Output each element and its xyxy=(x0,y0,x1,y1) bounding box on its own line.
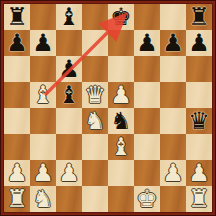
square-h5[interactable] xyxy=(186,82,212,108)
square-d1[interactable] xyxy=(82,186,108,212)
square-c2[interactable]: ♟ xyxy=(56,160,82,186)
square-a7[interactable]: ♟ xyxy=(4,30,30,56)
square-f7[interactable]: ♟ xyxy=(134,30,160,56)
square-c4[interactable] xyxy=(56,108,82,134)
piece-black-queen[interactable]: ♛ xyxy=(186,108,212,134)
square-g8[interactable] xyxy=(160,4,186,30)
square-a8[interactable]: ♜ xyxy=(4,4,30,30)
piece-white-bishop[interactable]: ♝ xyxy=(108,134,134,160)
piece-white-pawn[interactable]: ♟ xyxy=(160,160,186,186)
piece-white-pawn[interactable]: ♟ xyxy=(56,160,82,186)
square-f6[interactable] xyxy=(134,56,160,82)
piece-white-knight[interactable]: ♞ xyxy=(30,186,56,212)
square-f5[interactable] xyxy=(134,82,160,108)
square-e8[interactable]: ♚ xyxy=(108,4,134,30)
square-h7[interactable]: ♟ xyxy=(186,30,212,56)
piece-black-rook[interactable]: ♜ xyxy=(186,4,212,30)
piece-black-pawn[interactable]: ♟ xyxy=(4,30,30,56)
square-c6[interactable]: ♟ xyxy=(56,56,82,82)
square-b4[interactable] xyxy=(30,108,56,134)
square-d8[interactable] xyxy=(82,4,108,30)
piece-white-pawn[interactable]: ♟ xyxy=(108,82,134,108)
square-h2[interactable]: ♟ xyxy=(186,160,212,186)
piece-black-pawn[interactable]: ♟ xyxy=(186,30,212,56)
square-h1[interactable]: ♜ xyxy=(186,186,212,212)
square-e4[interactable]: ♞ xyxy=(108,108,134,134)
square-d2[interactable] xyxy=(82,160,108,186)
piece-white-rook[interactable]: ♜ xyxy=(4,186,30,212)
square-e1[interactable] xyxy=(108,186,134,212)
square-e6[interactable] xyxy=(108,56,134,82)
square-g5[interactable] xyxy=(160,82,186,108)
piece-white-knight[interactable]: ♞ xyxy=(82,108,108,134)
square-b2[interactable]: ♟ xyxy=(30,160,56,186)
square-b7[interactable]: ♟ xyxy=(30,30,56,56)
square-d3[interactable] xyxy=(82,134,108,160)
piece-white-king[interactable]: ♚ xyxy=(134,186,160,212)
square-b8[interactable] xyxy=(30,4,56,30)
square-h6[interactable] xyxy=(186,56,212,82)
square-g7[interactable]: ♟ xyxy=(160,30,186,56)
square-a3[interactable] xyxy=(4,134,30,160)
piece-white-rook[interactable]: ♜ xyxy=(186,186,212,212)
square-f3[interactable] xyxy=(134,134,160,160)
piece-white-pawn[interactable]: ♟ xyxy=(186,160,212,186)
piece-black-pawn[interactable]: ♟ xyxy=(160,30,186,56)
square-f2[interactable] xyxy=(134,160,160,186)
square-e3[interactable]: ♝ xyxy=(108,134,134,160)
piece-black-bishop[interactable]: ♝ xyxy=(56,4,82,30)
square-a5[interactable] xyxy=(4,82,30,108)
square-h3[interactable] xyxy=(186,134,212,160)
square-b6[interactable] xyxy=(30,56,56,82)
square-b3[interactable] xyxy=(30,134,56,160)
piece-white-pawn[interactable]: ♟ xyxy=(30,160,56,186)
square-c3[interactable] xyxy=(56,134,82,160)
piece-black-knight[interactable]: ♞ xyxy=(108,108,134,134)
square-a4[interactable] xyxy=(4,108,30,134)
square-b5[interactable]: ♝ xyxy=(30,82,56,108)
piece-white-bishop[interactable]: ♝ xyxy=(30,82,56,108)
square-e7[interactable] xyxy=(108,30,134,56)
piece-white-pawn[interactable]: ♟ xyxy=(4,160,30,186)
square-d6[interactable] xyxy=(82,56,108,82)
square-d5[interactable]: ♛ xyxy=(82,82,108,108)
square-h8[interactable]: ♜ xyxy=(186,4,212,30)
piece-black-king[interactable]: ♚ xyxy=(108,4,134,30)
piece-black-bishop[interactable]: ♝ xyxy=(56,82,82,108)
square-e5[interactable]: ♟ xyxy=(108,82,134,108)
square-h4[interactable]: ♛ xyxy=(186,108,212,134)
square-b1[interactable]: ♞ xyxy=(30,186,56,212)
piece-white-queen[interactable]: ♛ xyxy=(82,82,108,108)
square-e2[interactable] xyxy=(108,160,134,186)
square-c5[interactable]: ♝ xyxy=(56,82,82,108)
square-g2[interactable]: ♟ xyxy=(160,160,186,186)
square-f1[interactable]: ♚ xyxy=(134,186,160,212)
piece-black-pawn[interactable]: ♟ xyxy=(134,30,160,56)
square-d7[interactable] xyxy=(82,30,108,56)
square-c8[interactable]: ♝ xyxy=(56,4,82,30)
chess-board-frame: ♜♝♚♜♟♟♟♟♟♟♝♝♛♟♞♞♛♝♟♟♟♟♟♜♞♚♜ xyxy=(0,0,216,216)
square-f4[interactable] xyxy=(134,108,160,134)
square-d4[interactable]: ♞ xyxy=(82,108,108,134)
square-c1[interactable] xyxy=(56,186,82,212)
piece-black-pawn[interactable]: ♟ xyxy=(30,30,56,56)
piece-black-rook[interactable]: ♜ xyxy=(4,4,30,30)
square-a6[interactable] xyxy=(4,56,30,82)
square-g4[interactable] xyxy=(160,108,186,134)
square-g3[interactable] xyxy=(160,134,186,160)
square-a1[interactable]: ♜ xyxy=(4,186,30,212)
piece-black-pawn[interactable]: ♟ xyxy=(56,56,82,82)
square-a2[interactable]: ♟ xyxy=(4,160,30,186)
chess-board: ♜♝♚♜♟♟♟♟♟♟♝♝♛♟♞♞♛♝♟♟♟♟♟♜♞♚♜ xyxy=(4,4,212,212)
square-c7[interactable] xyxy=(56,30,82,56)
square-g6[interactable] xyxy=(160,56,186,82)
square-g1[interactable] xyxy=(160,186,186,212)
square-f8[interactable] xyxy=(134,4,160,30)
